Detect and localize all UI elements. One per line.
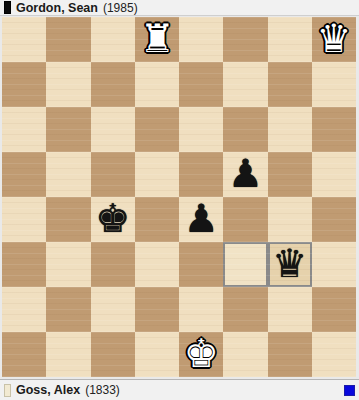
square-a2[interactable] bbox=[2, 287, 46, 332]
square-d1[interactable] bbox=[135, 332, 179, 377]
square-e1[interactable]: ♚ bbox=[179, 332, 223, 377]
square-c8[interactable] bbox=[91, 17, 135, 62]
square-d8[interactable]: ♜ bbox=[135, 17, 179, 62]
white-color-swatch-icon bbox=[4, 384, 11, 397]
square-h7[interactable] bbox=[312, 62, 356, 107]
square-a3[interactable] bbox=[2, 242, 46, 287]
square-b8[interactable] bbox=[46, 17, 90, 62]
square-b3[interactable] bbox=[46, 242, 90, 287]
square-c4[interactable]: ♚ bbox=[91, 197, 135, 242]
square-h4[interactable] bbox=[312, 197, 356, 242]
board-area: ♜♛♟♚♟♛♚ bbox=[0, 16, 359, 379]
square-c7[interactable] bbox=[91, 62, 135, 107]
piece-black-king-c4[interactable]: ♚ bbox=[95, 197, 130, 241]
square-g1[interactable] bbox=[268, 332, 312, 377]
square-g4[interactable] bbox=[268, 197, 312, 242]
square-b7[interactable] bbox=[46, 62, 90, 107]
player-bar-bottom: Goss, Alex (1833) bbox=[0, 379, 359, 400]
player-bar-top: Gordon, Sean (1985) bbox=[0, 0, 359, 16]
square-d2[interactable] bbox=[135, 287, 179, 332]
move-indicator bbox=[344, 385, 355, 396]
square-f4[interactable] bbox=[223, 197, 267, 242]
square-e7[interactable] bbox=[179, 62, 223, 107]
piece-white-rook-d8[interactable]: ♜ bbox=[139, 17, 174, 61]
square-g7[interactable] bbox=[268, 62, 312, 107]
square-e3[interactable] bbox=[179, 242, 223, 287]
square-f8[interactable] bbox=[223, 17, 267, 62]
square-e6[interactable] bbox=[179, 107, 223, 152]
square-g2[interactable] bbox=[268, 287, 312, 332]
square-b2[interactable] bbox=[46, 287, 90, 332]
player-top-rating: (1985) bbox=[103, 1, 138, 15]
chess-board[interactable]: ♜♛♟♚♟♛♚ bbox=[2, 17, 356, 377]
square-f6[interactable] bbox=[223, 107, 267, 152]
square-f3[interactable] bbox=[223, 242, 267, 287]
player-top-name: Gordon, Sean bbox=[16, 1, 98, 15]
square-a6[interactable] bbox=[2, 107, 46, 152]
square-e4[interactable]: ♟ bbox=[179, 197, 223, 242]
piece-black-queen-g3[interactable]: ♛ bbox=[272, 242, 307, 286]
square-g3[interactable]: ♛ bbox=[268, 242, 312, 287]
square-d4[interactable] bbox=[135, 197, 179, 242]
square-b1[interactable] bbox=[46, 332, 90, 377]
square-b6[interactable] bbox=[46, 107, 90, 152]
square-g6[interactable] bbox=[268, 107, 312, 152]
square-a5[interactable] bbox=[2, 152, 46, 197]
square-f1[interactable] bbox=[223, 332, 267, 377]
square-c5[interactable] bbox=[91, 152, 135, 197]
square-f5[interactable]: ♟ bbox=[223, 152, 267, 197]
player-bottom-name: Goss, Alex bbox=[16, 383, 80, 397]
black-color-swatch-icon bbox=[4, 1, 11, 14]
square-a7[interactable] bbox=[2, 62, 46, 107]
square-f7[interactable] bbox=[223, 62, 267, 107]
square-f2[interactable] bbox=[223, 287, 267, 332]
square-d5[interactable] bbox=[135, 152, 179, 197]
square-d6[interactable] bbox=[135, 107, 179, 152]
square-a4[interactable] bbox=[2, 197, 46, 242]
square-d7[interactable] bbox=[135, 62, 179, 107]
square-d3[interactable] bbox=[135, 242, 179, 287]
square-b5[interactable] bbox=[46, 152, 90, 197]
square-h8[interactable]: ♛ bbox=[312, 17, 356, 62]
square-h5[interactable] bbox=[312, 152, 356, 197]
square-c1[interactable] bbox=[91, 332, 135, 377]
square-e2[interactable] bbox=[179, 287, 223, 332]
chess-app-window: Gordon, Sean (1985) ♜♛♟♚♟♛♚ Goss, Alex (… bbox=[0, 0, 359, 400]
square-g5[interactable] bbox=[268, 152, 312, 197]
square-a8[interactable] bbox=[2, 17, 46, 62]
square-h3[interactable] bbox=[312, 242, 356, 287]
piece-white-queen-h8[interactable]: ♛ bbox=[316, 17, 351, 61]
piece-white-king-e1[interactable]: ♚ bbox=[184, 332, 219, 376]
square-c2[interactable] bbox=[91, 287, 135, 332]
square-c6[interactable] bbox=[91, 107, 135, 152]
square-h2[interactable] bbox=[312, 287, 356, 332]
piece-black-pawn-f5[interactable]: ♟ bbox=[228, 152, 263, 196]
player-bottom-rating: (1833) bbox=[85, 383, 120, 397]
square-h1[interactable] bbox=[312, 332, 356, 377]
square-h6[interactable] bbox=[312, 107, 356, 152]
square-b4[interactable] bbox=[46, 197, 90, 242]
square-c3[interactable] bbox=[91, 242, 135, 287]
square-e5[interactable] bbox=[179, 152, 223, 197]
square-g8[interactable] bbox=[268, 17, 312, 62]
piece-black-pawn-e4[interactable]: ♟ bbox=[184, 197, 219, 241]
square-a1[interactable] bbox=[2, 332, 46, 377]
square-e8[interactable] bbox=[179, 17, 223, 62]
